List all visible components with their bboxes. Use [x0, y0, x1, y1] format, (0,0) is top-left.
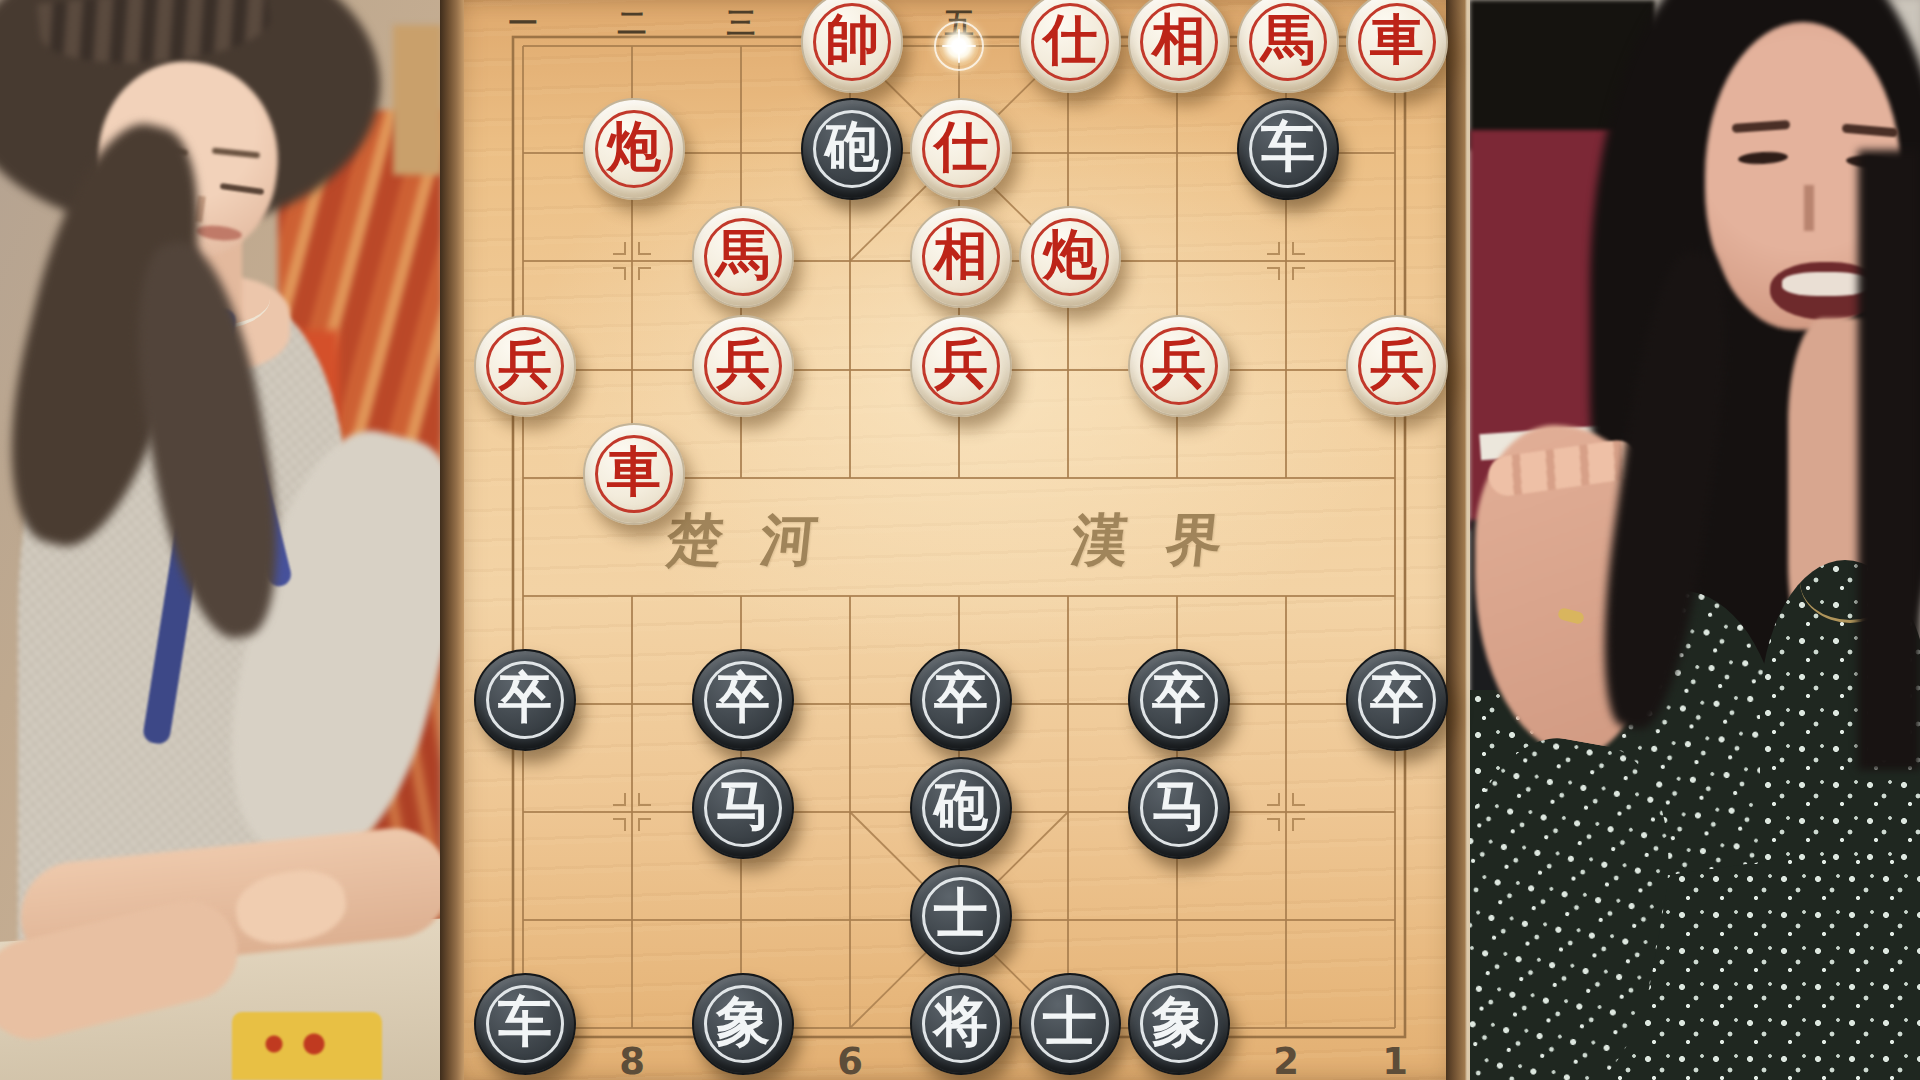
- piece-glyph: 卒: [716, 671, 770, 725]
- piece-glyph: 兵: [1370, 337, 1424, 391]
- piece-glyph: 仕: [1043, 13, 1097, 67]
- piece-red-兵[interactable]: 兵: [474, 315, 576, 417]
- file-label-top: 二: [610, 4, 654, 44]
- piece-glyph: 马: [1152, 779, 1206, 833]
- piece-glyph: 帥: [825, 13, 879, 67]
- piece-glyph: 卒: [934, 671, 988, 725]
- piece-glyph: 卒: [1370, 671, 1424, 725]
- piece-black-卒[interactable]: 卒: [910, 649, 1012, 751]
- yellow-box-marking: [258, 1030, 338, 1058]
- piece-black-士[interactable]: 士: [1019, 973, 1121, 1075]
- piece-black-砲[interactable]: 砲: [801, 98, 903, 200]
- piece-glyph: 相: [934, 228, 988, 282]
- piece-glyph: 車: [1370, 13, 1424, 67]
- piece-glyph: 车: [1261, 120, 1315, 174]
- piece-glyph: 仕: [934, 120, 988, 174]
- file-label-top: 三: [719, 4, 763, 44]
- piece-red-車[interactable]: 車: [583, 423, 685, 525]
- piece-glyph: 马: [716, 779, 770, 833]
- piece-black-车[interactable]: 车: [1237, 98, 1339, 200]
- piece-black-砲[interactable]: 砲: [910, 757, 1012, 859]
- piece-glyph: 炮: [607, 120, 661, 174]
- piece-black-将[interactable]: 将: [910, 973, 1012, 1075]
- piece-red-炮[interactable]: 炮: [583, 98, 685, 200]
- file-label-top: 一: [501, 4, 545, 44]
- piece-red-兵[interactable]: 兵: [1128, 315, 1230, 417]
- river-label-right: 漢界: [1068, 503, 1264, 579]
- piece-glyph: 炮: [1043, 228, 1097, 282]
- file-label-bottom: 1: [1373, 1040, 1417, 1080]
- left-player-photo: [0, 0, 442, 1080]
- piece-red-兵[interactable]: 兵: [692, 315, 794, 417]
- piece-black-卒[interactable]: 卒: [692, 649, 794, 751]
- piece-red-相[interactable]: 相: [910, 206, 1012, 308]
- piece-glyph: 象: [716, 995, 770, 1049]
- piece-glyph: 兵: [1152, 337, 1206, 391]
- piece-red-馬[interactable]: 馬: [692, 206, 794, 308]
- piece-glyph: 兵: [498, 337, 552, 391]
- highlight-dot: [939, 26, 979, 66]
- board-frame-left: [440, 0, 464, 1080]
- piece-glyph: 士: [934, 887, 988, 941]
- file-label-bottom: 8: [610, 1040, 654, 1080]
- piece-black-马[interactable]: 马: [1128, 757, 1230, 859]
- piece-glyph: 兵: [934, 337, 988, 391]
- piece-glyph: 砲: [934, 779, 988, 833]
- furniture: [393, 25, 442, 175]
- piece-black-士[interactable]: 士: [910, 865, 1012, 967]
- piece-black-卒[interactable]: 卒: [1346, 649, 1448, 751]
- commentator-teeth: [1782, 272, 1870, 296]
- piece-black-车[interactable]: 车: [474, 973, 576, 1075]
- piece-glyph: 象: [1152, 995, 1206, 1049]
- river-label-left: 楚河: [663, 503, 859, 579]
- piece-glyph: 将: [934, 995, 988, 1049]
- commentator-nose: [1804, 185, 1814, 231]
- piece-black-马[interactable]: 马: [692, 757, 794, 859]
- piece-glyph: 馬: [1261, 13, 1315, 67]
- piece-black-卒[interactable]: 卒: [1128, 649, 1230, 751]
- piece-black-象[interactable]: 象: [692, 973, 794, 1075]
- piece-glyph: 士: [1043, 995, 1097, 1049]
- piece-glyph: 馬: [716, 228, 770, 282]
- piece-glyph: 卒: [498, 671, 552, 725]
- piece-red-兵[interactable]: 兵: [1346, 315, 1448, 417]
- piece-black-象[interactable]: 象: [1128, 973, 1230, 1075]
- piece-red-仕[interactable]: 仕: [910, 98, 1012, 200]
- board-frame-right: [1446, 0, 1470, 1080]
- piece-red-炮[interactable]: 炮: [1019, 206, 1121, 308]
- piece-glyph: 车: [498, 995, 552, 1049]
- piece-glyph: 卒: [1152, 671, 1206, 725]
- last-move-highlight: [924, 11, 994, 81]
- piece-glyph: 兵: [716, 337, 770, 391]
- file-label-bottom: 6: [828, 1040, 872, 1080]
- piece-black-卒[interactable]: 卒: [474, 649, 576, 751]
- file-label-bottom: 2: [1264, 1040, 1308, 1080]
- piece-glyph: 砲: [825, 120, 879, 174]
- right-player-photo: [1470, 0, 1920, 1080]
- piece-glyph: 車: [607, 445, 661, 499]
- commentator-hair: [1858, 150, 1920, 770]
- piece-glyph: 相: [1152, 13, 1206, 67]
- piece-red-兵[interactable]: 兵: [910, 315, 1012, 417]
